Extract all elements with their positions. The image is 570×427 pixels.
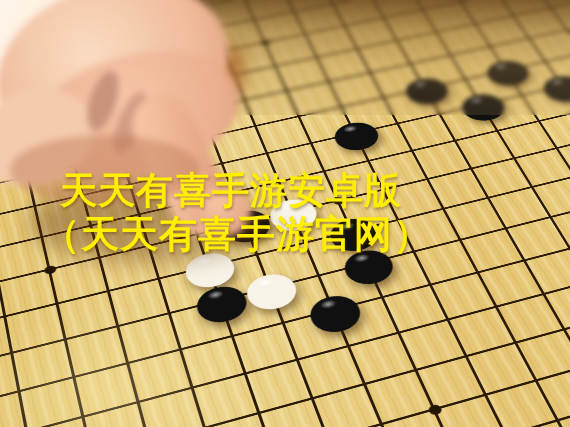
star-point xyxy=(426,403,442,416)
go-stone-black: ● xyxy=(327,115,384,152)
light-glow xyxy=(0,290,260,427)
go-board-photo: ●●●●●●●●●●●●● 天天有喜手游安卓版 （天天有喜手游官网） xyxy=(0,0,570,427)
star-point xyxy=(43,264,57,275)
stone-glyph: ● xyxy=(323,112,387,156)
go-stone-black: ● xyxy=(302,286,366,334)
overlay-text-line2: （天天有喜手游官网） xyxy=(42,209,432,260)
